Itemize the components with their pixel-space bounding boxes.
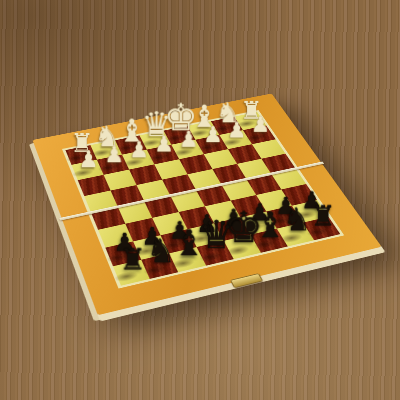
piece-layer: ♜♞♝♛♚♝♞♜♟♟♟♟♟♟♟♟♟♟♟♟♟♟♟♟♜♞♝♛♚♝♞♜ [32,94,381,316]
table-surface: ♜♞♝♛♚♝♞♜♟♟♟♟♟♟♟♟♟♟♟♟♟♟♟♟♜♞♝♛♚♝♞♜ [0,0,400,400]
piece-white-pawn-a2[interactable]: ♟ [68,126,107,171]
chess-board: ♜♞♝♛♚♝♞♜♟♟♟♟♟♟♟♟♟♟♟♟♟♟♟♟♜♞♝♛♚♝♞♜ [32,94,381,316]
piece-black-rook-a8[interactable]: ♜ [110,223,154,274]
